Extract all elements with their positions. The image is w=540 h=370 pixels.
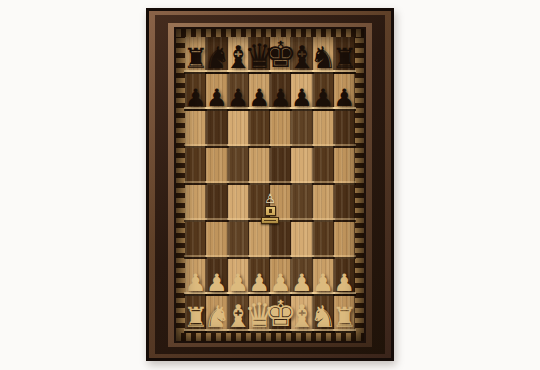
square-g4 — [313, 185, 334, 222]
square-b5 — [206, 148, 227, 185]
square-b7: ♟ — [206, 74, 227, 111]
piece-black-rook: ♜ — [183, 45, 208, 73]
square-c5 — [228, 148, 249, 185]
piece-white-pawn: ♟ — [206, 271, 228, 295]
piece-black-knight: ♞ — [310, 43, 337, 73]
piece-black-pawn: ♟ — [185, 86, 207, 110]
square-h1: ♜ — [334, 296, 355, 333]
frame-valley: ♜♞♝♛♚♝♞♜♟♟♟♟♟♟♟♟♟♟♟♟♟♟♟♟♜♞♝♛♚♝♞♜ ♙ — [155, 15, 385, 354]
piece-black-pawn: ♟ — [206, 86, 228, 110]
piece-white-pawn: ♟ — [185, 271, 207, 295]
square-g3 — [313, 222, 334, 259]
square-g5 — [313, 148, 334, 185]
square-d8: ♛ — [249, 37, 270, 74]
square-g6 — [313, 111, 334, 148]
dentil-trim-top — [176, 29, 364, 37]
square-g8: ♞ — [313, 37, 334, 74]
product-photo: ♜♞♝♛♚♝♞♜♟♟♟♟♟♟♟♟♟♟♟♟♟♟♟♟♜♞♝♛♚♝♞♜ ♙ — [0, 0, 540, 370]
square-b6 — [206, 111, 227, 148]
square-a6 — [185, 111, 206, 148]
square-b2: ♟ — [206, 259, 227, 296]
square-b3 — [206, 222, 227, 259]
piece-white-rook: ♜ — [332, 304, 357, 332]
square-d7: ♟ — [249, 74, 270, 111]
square-b1: ♞ — [206, 296, 227, 333]
piece-white-pawn: ♟ — [312, 271, 334, 295]
frame-inner-bevel: ♜♞♝♛♚♝♞♜♟♟♟♟♟♟♟♟♟♟♟♟♟♟♟♟♜♞♝♛♚♝♞♜ ♙ — [168, 23, 372, 347]
piece-white-pawn: ♟ — [270, 271, 292, 295]
piece-black-pawn: ♟ — [249, 86, 271, 110]
square-c2: ♟ — [228, 259, 249, 296]
square-e1: ♚ — [270, 296, 291, 333]
square-e3 — [270, 222, 291, 259]
square-g2: ♟ — [313, 259, 334, 296]
square-h2: ♟ — [334, 259, 355, 296]
piece-white-knight: ♞ — [203, 302, 230, 332]
square-e5 — [270, 148, 291, 185]
piece-white-pawn: ♟ — [227, 271, 249, 295]
brand-plaque: ♙ — [261, 192, 279, 224]
square-b8: ♞ — [206, 37, 227, 74]
square-c7: ♟ — [228, 74, 249, 111]
piece-white-rook: ♜ — [183, 304, 208, 332]
square-d2: ♟ — [249, 259, 270, 296]
square-b4 — [206, 185, 227, 222]
square-h5 — [334, 148, 355, 185]
square-f2: ♟ — [291, 259, 312, 296]
square-c1: ♝ — [228, 296, 249, 333]
square-f4 — [291, 185, 312, 222]
square-f3 — [291, 222, 312, 259]
square-e6 — [270, 111, 291, 148]
square-h8: ♜ — [334, 37, 355, 74]
square-h4 — [334, 185, 355, 222]
square-h6 — [334, 111, 355, 148]
piece-black-pawn: ♟ — [227, 86, 249, 110]
square-a7: ♟ — [185, 74, 206, 111]
dentil-trim-left — [176, 37, 185, 333]
square-a2: ♟ — [185, 259, 206, 296]
square-e7: ♟ — [270, 74, 291, 111]
square-a5 — [185, 148, 206, 185]
square-a3 — [185, 222, 206, 259]
picture-frame: ♜♞♝♛♚♝♞♜♟♟♟♟♟♟♟♟♟♟♟♟♟♟♟♟♜♞♝♛♚♝♞♜ ♙ — [146, 8, 394, 361]
square-c3 — [228, 222, 249, 259]
plaque-text-strip — [261, 217, 279, 224]
piece-white-pawn: ♟ — [291, 271, 313, 295]
piece-white-pawn: ♟ — [334, 271, 356, 295]
piece-white-pawn: ♟ — [249, 271, 271, 295]
square-c4 — [228, 185, 249, 222]
square-g1: ♞ — [313, 296, 334, 333]
square-f1: ♝ — [291, 296, 312, 333]
square-f6 — [291, 111, 312, 148]
square-a4 — [185, 185, 206, 222]
piece-black-pawn: ♟ — [334, 86, 356, 110]
frame-inner-lip: ♜♞♝♛♚♝♞♜♟♟♟♟♟♟♟♟♟♟♟♟♟♟♟♟♜♞♝♛♚♝♞♜ ♙ — [174, 27, 366, 343]
piece-black-rook: ♜ — [332, 45, 357, 73]
square-a8: ♜ — [185, 37, 206, 74]
square-e8: ♚ — [270, 37, 291, 74]
square-e2: ♟ — [270, 259, 291, 296]
square-c8: ♝ — [228, 37, 249, 74]
square-f8: ♝ — [291, 37, 312, 74]
square-d6 — [249, 111, 270, 148]
plaque-emblem — [265, 206, 276, 216]
piece-black-pawn: ♟ — [291, 86, 313, 110]
piece-black-pawn: ♟ — [312, 86, 334, 110]
piece-black-pawn: ♟ — [270, 86, 292, 110]
chess-board: ♜♞♝♛♚♝♞♜♟♟♟♟♟♟♟♟♟♟♟♟♟♟♟♟♜♞♝♛♚♝♞♜ — [185, 37, 355, 333]
plaque-pawn-icon: ♙ — [264, 192, 276, 205]
square-f5 — [291, 148, 312, 185]
square-h7: ♟ — [334, 74, 355, 111]
square-d3 — [249, 222, 270, 259]
square-d5 — [249, 148, 270, 185]
dentil-trim: ♜♞♝♛♚♝♞♜♟♟♟♟♟♟♟♟♟♟♟♟♟♟♟♟♜♞♝♛♚♝♞♜ ♙ — [176, 29, 364, 341]
square-d1: ♛ — [249, 296, 270, 333]
square-g7: ♟ — [313, 74, 334, 111]
dentil-trim-bottom — [176, 333, 364, 341]
square-h3 — [334, 222, 355, 259]
square-f7: ♟ — [291, 74, 312, 111]
square-a1: ♜ — [185, 296, 206, 333]
frame-outer-bevel: ♜♞♝♛♚♝♞♜♟♟♟♟♟♟♟♟♟♟♟♟♟♟♟♟♜♞♝♛♚♝♞♜ ♙ — [149, 11, 391, 358]
piece-white-knight: ♞ — [310, 302, 337, 332]
square-c6 — [228, 111, 249, 148]
dentil-trim-right — [355, 37, 364, 333]
piece-black-knight: ♞ — [203, 43, 230, 73]
